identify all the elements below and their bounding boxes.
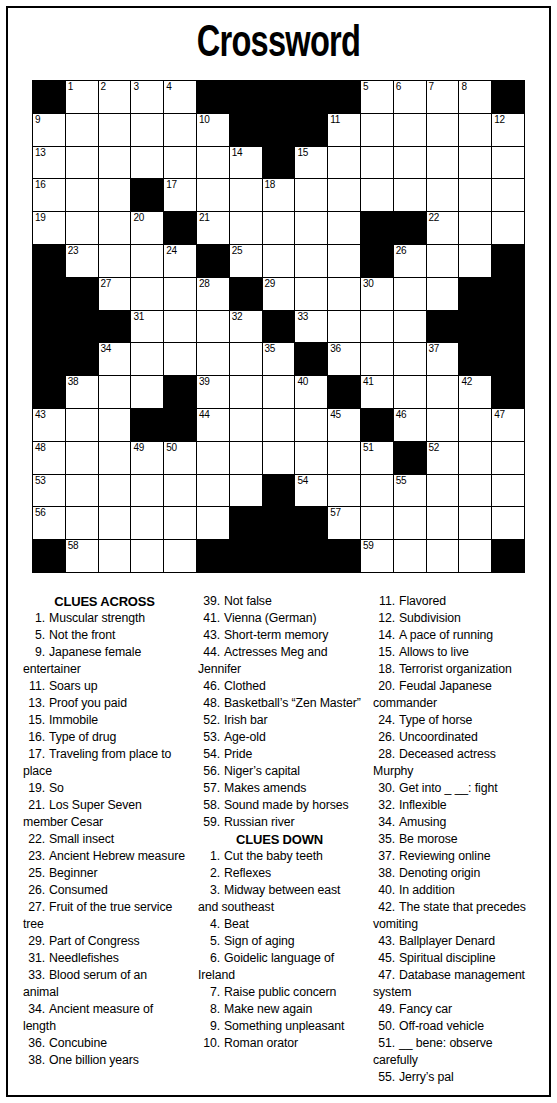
down-clue-28: 28.Deceased actress Murphy [373,746,539,780]
black-cell [66,278,98,310]
grid-cell[interactable] [131,147,163,179]
down-clue-50: 50.Off-road vehicle [373,1018,539,1035]
black-cell [263,81,295,113]
grid-cell[interactable] [328,311,360,343]
grid-cell[interactable] [394,507,426,539]
cell-number: 48 [35,442,46,454]
cell-number: 33 [297,311,308,323]
black-cell [197,81,229,113]
cell-number: 42 [461,376,472,388]
clue-text: Fruit of the true service tree [23,900,172,931]
black-cell [492,343,524,375]
grid-cell[interactable] [459,409,491,441]
grid-cell[interactable]: 44 [197,409,229,441]
grid-cell[interactable] [459,245,491,277]
across-clue-23: 23.Ancient Hebrew measure [23,848,186,865]
grid-cell[interactable] [459,212,491,244]
grid-cell[interactable] [230,343,262,375]
grid-cell[interactable] [99,540,131,572]
clue-number: 55. [373,1069,395,1086]
grid-cell[interactable]: 56 [33,507,65,539]
down-clue-49: 49.Fancy car [373,1001,539,1018]
grid-cell[interactable]: 5 [361,81,393,113]
black-cell [230,81,262,113]
grid-cell[interactable] [459,475,491,507]
grid-cell[interactable]: 50 [164,442,196,474]
clue-number: 49. [373,1001,395,1018]
cell-number: 24 [166,245,177,257]
grid-cell[interactable]: 38 [66,376,98,408]
cell-number: 7 [429,81,434,93]
cell-number: 44 [199,409,210,421]
grid-cell[interactable] [66,114,98,146]
clue-text: Jerry’s pal [399,1070,454,1084]
clues-column-2: 39.Not false41.Vienna (German)43.Short-t… [198,593,373,1086]
cell-number: 10 [199,114,210,126]
down-clue-34: 34.Amusing [373,814,539,831]
cell-number: 54 [297,475,308,487]
down-clue-18: 18.Terrorist organization [373,661,539,678]
grid-cell[interactable]: 21 [197,212,229,244]
grid-cell[interactable] [197,475,229,507]
cell-number: 37 [429,343,440,355]
grid-cell[interactable] [295,245,327,277]
grid-cell[interactable] [99,442,131,474]
grid-cell[interactable] [427,409,459,441]
grid-cell[interactable]: 29 [263,278,295,310]
grid-cell[interactable] [131,245,163,277]
across-clue-17: 17.Traveling from place to place [23,746,186,780]
grid-cell[interactable] [492,147,524,179]
down-clue-3: 3.Midway between east and southeast [198,882,361,916]
grid-cell[interactable] [394,147,426,179]
grid-cell[interactable] [427,245,459,277]
grid-cell[interactable]: 27 [99,278,131,310]
grid-cell[interactable] [459,540,491,572]
cell-number: 56 [35,507,46,519]
clue-number: 1. [198,848,220,865]
grid-wrapper: 1234567891011121314151617181920212223242… [8,80,549,573]
clue-number: 51. [373,1035,395,1052]
grid-cell[interactable]: 10 [197,114,229,146]
grid-cell[interactable] [197,311,229,343]
grid-cell[interactable]: 34 [99,343,131,375]
grid-cell[interactable] [164,147,196,179]
grid-cell[interactable] [99,376,131,408]
clue-number: 35. [373,831,395,848]
grid-cell[interactable]: 12 [492,114,524,146]
down-clue-55: 55.Jerry’s pal [373,1069,539,1086]
clue-number: 25. [23,865,45,882]
puzzle-title: Crossword [8,15,549,67]
grid-cell[interactable] [328,147,360,179]
clue-text: Flavored [399,594,446,608]
clue-text: Sound made by horses [224,798,348,812]
grid-cell[interactable] [492,212,524,244]
grid-cell[interactable] [427,147,459,179]
cell-number: 16 [35,179,46,191]
grid-cell[interactable] [164,475,196,507]
grid-cell[interactable]: 53 [33,475,65,507]
cell-number: 18 [265,179,276,191]
grid-cell[interactable] [427,475,459,507]
grid-cell[interactable] [361,147,393,179]
cell-number: 39 [199,376,210,388]
grid-cell[interactable] [427,179,459,211]
clue-text: Age-old [224,730,266,744]
grid-cell[interactable] [99,475,131,507]
grid-cell[interactable]: 37 [427,343,459,375]
clue-number: 11. [373,593,395,610]
across-clue-58: 58.Sound made by horses [198,797,361,814]
clue-text: Proof you paid [49,696,127,710]
across-clue-11: 11.Soars up [23,678,186,695]
black-cell [33,343,65,375]
down-clue-32: 32.Inflexible [373,797,539,814]
grid-cell[interactable]: 23 [66,245,98,277]
puzzle-title-text: Crossword [197,15,360,67]
grid-cell[interactable] [164,343,196,375]
clue-number: 31. [23,950,45,967]
clue-number: 14. [373,627,395,644]
cell-number: 35 [265,343,276,355]
clue-text: Allows to live [399,645,469,659]
grid-cell[interactable]: 22 [427,212,459,244]
clue-number: 4. [198,916,220,933]
cell-number: 55 [396,475,407,487]
grid-cell[interactable] [361,475,393,507]
grid-cell[interactable]: 36 [328,343,360,375]
across-clue-44: 44.Actresses Meg and Jennifer [198,644,361,678]
black-cell [295,507,327,539]
clue-number: 43. [373,933,395,950]
clue-text: Terrorist organization [399,662,512,676]
down-clue-24: 24.Type of horse [373,712,539,729]
black-cell [197,540,229,572]
black-cell [33,376,65,408]
grid-cell[interactable] [328,278,360,310]
grid-cell[interactable] [66,147,98,179]
crossword-grid: 1234567891011121314151617181920212223242… [32,80,525,573]
grid-cell[interactable]: 7 [427,81,459,113]
clue-number: 34. [23,1001,45,1018]
grid-cell[interactable] [263,245,295,277]
across-clue-33: 33.Blood serum of an animal [23,967,186,1001]
clue-number: 8. [198,1001,220,1018]
across-clue-43: 43.Short-term memory [198,627,361,644]
grid-cell[interactable]: 19 [33,212,65,244]
grid-cell[interactable] [230,212,262,244]
grid-cell[interactable] [164,278,196,310]
grid-cell[interactable] [328,179,360,211]
grid-cell[interactable] [197,147,229,179]
grid-cell[interactable] [295,442,327,474]
down-clue-15: 15.Allows to live [373,644,539,661]
grid-cell[interactable]: 11 [328,114,360,146]
grid-cell[interactable]: 24 [164,245,196,277]
grid-cell[interactable]: 13 [33,147,65,179]
down-clue-38: 38.Denoting origin [373,865,539,882]
grid-cell[interactable] [328,475,360,507]
grid-cell[interactable]: 41 [361,376,393,408]
grid-cell[interactable] [394,343,426,375]
clues-across-header: CLUES ACROSS [23,593,186,610]
grid-cell[interactable] [131,475,163,507]
grid-cell[interactable]: 33 [295,311,327,343]
grid-cell[interactable] [459,442,491,474]
grid-cell[interactable]: 9 [33,114,65,146]
grid-cell[interactable] [492,179,524,211]
grid-cell[interactable] [492,507,524,539]
clue-text: Database management system [373,968,525,999]
clue-text: Something unpleasant [224,1019,344,1033]
grid-cell[interactable]: 17 [164,179,196,211]
grid-cell[interactable]: 16 [33,179,65,211]
grid-cell[interactable]: 43 [33,409,65,441]
cell-number: 8 [461,81,466,93]
grid-cell[interactable] [263,442,295,474]
across-clue-19: 19.So [23,780,186,797]
grid-cell[interactable]: 47 [492,409,524,441]
clue-number: 26. [23,882,45,899]
clue-number: 40. [373,882,395,899]
black-cell [328,81,360,113]
clue-number: 24. [373,712,395,729]
grid-cell[interactable]: 45 [328,409,360,441]
clue-number: 53. [198,729,220,746]
grid-cell[interactable] [99,212,131,244]
grid-cell[interactable] [295,278,327,310]
grid-cell[interactable] [131,343,163,375]
clue-text: Inflexible [399,798,447,812]
grid-cell[interactable] [459,179,491,211]
grid-cell[interactable]: 58 [66,540,98,572]
grid-cell[interactable] [361,507,393,539]
grid-cell[interactable]: 51 [361,442,393,474]
grid-cell[interactable]: 28 [197,278,229,310]
grid-cell[interactable] [99,507,131,539]
grid-cell[interactable]: 35 [263,343,295,375]
black-cell [197,245,229,277]
cell-number: 57 [330,507,341,519]
grid-cell[interactable]: 4 [164,81,196,113]
clue-text: Russian river [224,815,294,829]
grid-cell[interactable]: 1 [66,81,98,113]
grid-cell[interactable] [131,278,163,310]
cell-number: 34 [101,343,112,355]
clue-text: Type of horse [399,713,472,727]
grid-cell[interactable]: 48 [33,442,65,474]
grid-cell[interactable]: 31 [131,311,163,343]
grid-cell[interactable] [99,409,131,441]
across-clue-15: 15.Immobile [23,712,186,729]
grid-cell[interactable] [295,212,327,244]
grid-cell[interactable] [427,507,459,539]
cell-number: 6 [396,81,401,93]
grid-cell[interactable]: 3 [131,81,163,113]
grid-cell[interactable] [361,311,393,343]
grid-cell[interactable] [394,114,426,146]
clue-text: Raise public concern [224,985,336,999]
grid-cell[interactable]: 8 [459,81,491,113]
grid-cell[interactable] [394,311,426,343]
clue-text: Be morose [399,832,458,846]
clue-number: 7. [198,984,220,1001]
grid-cell[interactable] [328,442,360,474]
grid-cell[interactable] [361,343,393,375]
grid-cell[interactable] [492,442,524,474]
grid-cell[interactable] [197,442,229,474]
grid-cell[interactable] [197,507,229,539]
cell-number: 23 [68,245,79,257]
clue-number: 58. [198,797,220,814]
grid-cell[interactable] [131,507,163,539]
clue-number: 45. [373,950,395,967]
grid-cell[interactable] [427,540,459,572]
clue-text: Immobile [49,713,98,727]
grid-cell[interactable] [131,540,163,572]
clue-number: 9. [23,644,45,661]
grid-cell[interactable]: 39 [197,376,229,408]
black-cell [263,507,295,539]
grid-cell[interactable]: 6 [394,81,426,113]
across-clue-41: 41.Vienna (German) [198,610,361,627]
grid-cell[interactable] [99,179,131,211]
grid-cell[interactable]: 59 [361,540,393,572]
grid-cell[interactable] [328,245,360,277]
down-clue-26: 26.Uncoordinated [373,729,539,746]
clue-text: Traveling from place to place [23,747,171,778]
grid-cell[interactable] [164,114,196,146]
cell-number: 12 [494,114,505,126]
grid-cell[interactable] [427,278,459,310]
clue-text: Get into _ __: fight [399,781,498,795]
grid-cell[interactable]: 30 [361,278,393,310]
grid-cell[interactable] [131,114,163,146]
grid-cell[interactable] [66,507,98,539]
grid-cell[interactable] [263,376,295,408]
down-clue-6: 6.Goidelic language of Ireland [198,950,361,984]
down-clue-30: 30.Get into _ __: fight [373,780,539,797]
black-cell [361,212,393,244]
clue-number: 33. [23,967,45,984]
across-clue-9: 9.Japanese female entertainer [23,644,186,678]
grid-cell[interactable] [459,147,491,179]
grid-cell[interactable] [328,212,360,244]
grid-cell[interactable]: 52 [427,442,459,474]
grid-cell[interactable] [230,442,262,474]
black-cell [230,278,262,310]
grid-cell[interactable] [66,212,98,244]
cell-number: 2 [101,81,106,93]
grid-cell[interactable] [230,376,262,408]
grid-cell[interactable]: 20 [131,212,163,244]
grid-cell[interactable] [295,409,327,441]
grid-cell[interactable]: 26 [394,245,426,277]
clue-text: Basketball’s “Zen Master” [224,696,361,710]
cell-number: 19 [35,212,46,224]
grid-cell[interactable] [66,442,98,474]
cell-number: 31 [133,311,144,323]
grid-cell[interactable]: 54 [295,475,327,507]
grid-cell[interactable]: 40 [295,376,327,408]
grid-cell[interactable]: 15 [295,147,327,179]
grid-cell[interactable] [427,376,459,408]
clues-column-1: CLUES ACROSS1.Muscular strength5.Not the… [23,593,198,1086]
grid-cell[interactable] [427,114,459,146]
grid-cell[interactable]: 2 [99,81,131,113]
across-clue-26: 26.Consumed [23,882,186,899]
grid-cell[interactable] [263,409,295,441]
cell-number: 46 [396,409,407,421]
black-cell [230,507,262,539]
grid-cell[interactable] [99,147,131,179]
grid-cell[interactable] [230,409,262,441]
grid-cell[interactable]: 49 [131,442,163,474]
grid-cell[interactable]: 46 [394,409,426,441]
cell-number: 59 [363,540,374,552]
grid-cell[interactable] [164,311,196,343]
grid-cell[interactable]: 18 [263,179,295,211]
grid-cell[interactable] [492,475,524,507]
grid-cell[interactable] [164,507,196,539]
grid-cell[interactable] [230,475,262,507]
black-cell [99,311,131,343]
clue-text: Vienna (German) [224,611,317,625]
grid-cell[interactable] [66,409,98,441]
grid-cell[interactable]: 32 [230,311,262,343]
grid-cell[interactable] [361,114,393,146]
cell-number: 15 [297,147,308,159]
grid-cell[interactable] [394,278,426,310]
grid-cell[interactable] [99,245,131,277]
grid-cell[interactable] [459,507,491,539]
grid-cell[interactable]: 57 [328,507,360,539]
grid-cell[interactable] [394,540,426,572]
grid-cell[interactable]: 25 [230,245,262,277]
clue-text: Off-road vehicle [399,1019,484,1033]
grid-cell[interactable] [295,179,327,211]
black-cell [33,81,65,113]
black-cell [459,278,491,310]
grid-cell[interactable] [99,114,131,146]
black-cell [492,540,524,572]
grid-cell[interactable] [394,179,426,211]
clue-text: Sign of aging [224,934,295,948]
grid-cell[interactable]: 14 [230,147,262,179]
grid-cell[interactable] [131,376,163,408]
clue-number: 48. [198,695,220,712]
grid-cell[interactable] [263,212,295,244]
clue-number: 44. [198,644,220,661]
grid-cell[interactable] [197,343,229,375]
grid-cell[interactable] [197,179,229,211]
grid-cell[interactable]: 55 [394,475,426,507]
grid-cell[interactable] [164,540,196,572]
grid-cell[interactable] [230,179,262,211]
across-clue-5: 5.Not the front [23,627,186,644]
grid-cell[interactable] [66,475,98,507]
grid-cell[interactable]: 42 [459,376,491,408]
clue-number: 18. [373,661,395,678]
black-cell [492,245,524,277]
grid-cell[interactable] [459,114,491,146]
grid-cell[interactable] [394,376,426,408]
down-clue-7: 7.Raise public concern [198,984,361,1001]
down-clue-11: 11.Flavored [373,593,539,610]
grid-cell[interactable] [361,179,393,211]
grid-cell[interactable] [66,179,98,211]
